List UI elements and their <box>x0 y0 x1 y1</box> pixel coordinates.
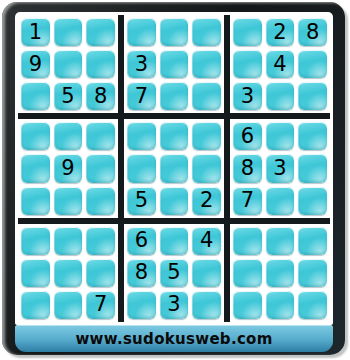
cell-r3c1[interactable] <box>21 82 50 110</box>
given-digit: 3 <box>241 86 254 107</box>
cell-r5c6[interactable] <box>192 154 221 182</box>
cell-r5c1[interactable] <box>21 154 50 182</box>
cell-r4c2[interactable] <box>54 122 83 150</box>
cell-r2c3[interactable] <box>86 50 115 78</box>
cell-r9c8[interactable] <box>266 291 295 319</box>
box-8: 64853 <box>124 224 224 322</box>
cell-r3c8[interactable] <box>266 82 295 110</box>
given-digit: 8 <box>241 158 254 179</box>
given-digit: 3 <box>167 294 180 315</box>
cell-r1c7[interactable] <box>233 18 262 46</box>
cell-r9c4[interactable] <box>127 291 156 319</box>
cell-r3c2: 5 <box>54 82 83 110</box>
cell-r8c6[interactable] <box>192 259 221 287</box>
cell-r9c3: 7 <box>86 291 115 319</box>
box-1: 1958 <box>18 15 118 113</box>
cell-r8c2[interactable] <box>54 259 83 287</box>
given-digit: 9 <box>61 158 74 179</box>
cell-r6c4: 5 <box>127 187 156 215</box>
cell-r5c7: 8 <box>233 154 262 182</box>
cell-r5c2: 9 <box>54 154 83 182</box>
cell-r7c8[interactable] <box>266 227 295 255</box>
grid-panel: 19583728439526837764853 <box>15 12 333 325</box>
cell-r7c6: 4 <box>192 227 221 255</box>
given-digit: 8 <box>135 262 148 283</box>
cell-r9c1[interactable] <box>21 291 50 319</box>
given-digit: 1 <box>29 22 42 43</box>
cell-r5c9[interactable] <box>298 154 327 182</box>
cell-r1c3[interactable] <box>86 18 115 46</box>
cell-r4c8[interactable] <box>266 122 295 150</box>
cell-r2c9[interactable] <box>298 50 327 78</box>
cell-r6c8[interactable] <box>266 187 295 215</box>
given-digit: 7 <box>135 86 148 107</box>
box-5: 52 <box>124 119 224 217</box>
cell-r5c5[interactable] <box>160 154 189 182</box>
cell-r6c7: 7 <box>233 187 262 215</box>
cell-r6c2[interactable] <box>54 187 83 215</box>
cell-r2c2[interactable] <box>54 50 83 78</box>
cell-r5c8: 3 <box>266 154 295 182</box>
cell-r2c4: 3 <box>127 50 156 78</box>
cell-r4c6[interactable] <box>192 122 221 150</box>
cell-r6c6: 2 <box>192 187 221 215</box>
cell-r2c6[interactable] <box>192 50 221 78</box>
cell-r4c4[interactable] <box>127 122 156 150</box>
cell-r7c5[interactable] <box>160 227 189 255</box>
given-digit: 2 <box>273 22 286 43</box>
footer-band: www.sudokusweb.com <box>15 325 333 352</box>
cell-r3c3: 8 <box>86 82 115 110</box>
box-9 <box>230 224 330 322</box>
cell-r7c9[interactable] <box>298 227 327 255</box>
cell-r8c4: 8 <box>127 259 156 287</box>
cell-r4c7: 6 <box>233 122 262 150</box>
box-4: 9 <box>18 119 118 217</box>
cell-r4c3[interactable] <box>86 122 115 150</box>
cell-r3c9[interactable] <box>298 82 327 110</box>
box-6: 6837 <box>230 119 330 217</box>
board-frame: 19583728439526837764853 www.sudokusweb.c… <box>2 2 345 355</box>
cell-r7c2[interactable] <box>54 227 83 255</box>
cell-r6c3[interactable] <box>86 187 115 215</box>
cell-r1c2[interactable] <box>54 18 83 46</box>
cell-r9c5: 3 <box>160 291 189 319</box>
given-digit: 4 <box>273 54 286 75</box>
cell-r8c3[interactable] <box>86 259 115 287</box>
cell-r6c9[interactable] <box>298 187 327 215</box>
given-digit: 6 <box>241 126 254 147</box>
cell-r7c7[interactable] <box>233 227 262 255</box>
cell-r1c6[interactable] <box>192 18 221 46</box>
site-url[interactable]: www.sudokusweb.com <box>75 330 272 348</box>
cell-r8c9[interactable] <box>298 259 327 287</box>
cell-r8c8[interactable] <box>266 259 295 287</box>
cell-r8c1[interactable] <box>21 259 50 287</box>
cell-r9c6[interactable] <box>192 291 221 319</box>
given-digit: 5 <box>135 190 148 211</box>
cell-r1c4[interactable] <box>127 18 156 46</box>
cell-r9c9[interactable] <box>298 291 327 319</box>
cell-r7c1[interactable] <box>21 227 50 255</box>
cell-r2c7[interactable] <box>233 50 262 78</box>
cell-r6c5[interactable] <box>160 187 189 215</box>
cell-r2c5[interactable] <box>160 50 189 78</box>
given-digit: 9 <box>29 54 42 75</box>
cell-r4c9[interactable] <box>298 122 327 150</box>
cell-r5c4[interactable] <box>127 154 156 182</box>
cell-r1c1: 1 <box>21 18 50 46</box>
given-digit: 5 <box>167 262 180 283</box>
given-digit: 5 <box>61 86 74 107</box>
cell-r2c8: 4 <box>266 50 295 78</box>
given-digit: 8 <box>306 22 319 43</box>
cell-r3c6[interactable] <box>192 82 221 110</box>
cell-r5c3[interactable] <box>86 154 115 182</box>
cell-r6c1[interactable] <box>21 187 50 215</box>
box-7: 7 <box>18 224 118 322</box>
cell-r4c1[interactable] <box>21 122 50 150</box>
given-digit: 3 <box>273 158 286 179</box>
cell-r3c5[interactable] <box>160 82 189 110</box>
given-digit: 4 <box>200 230 213 251</box>
cell-r8c7[interactable] <box>233 259 262 287</box>
given-digit: 7 <box>241 190 254 211</box>
cell-r9c7[interactable] <box>233 291 262 319</box>
cell-r8c5: 5 <box>160 259 189 287</box>
given-digit: 6 <box>135 230 148 251</box>
box-3: 2843 <box>230 15 330 113</box>
cell-r1c5[interactable] <box>160 18 189 46</box>
sudoku-board: 19583728439526837764853 <box>18 15 330 322</box>
cell-r1c8: 2 <box>266 18 295 46</box>
cell-r3c7: 3 <box>233 82 262 110</box>
cell-r3c4: 7 <box>127 82 156 110</box>
cell-r2c1: 9 <box>21 50 50 78</box>
given-digit: 8 <box>94 86 107 107</box>
box-2: 37 <box>124 15 224 113</box>
cell-r1c9: 8 <box>298 18 327 46</box>
cell-r7c3[interactable] <box>86 227 115 255</box>
cell-r7c4: 6 <box>127 227 156 255</box>
given-digit: 7 <box>94 294 107 315</box>
given-digit: 3 <box>135 54 148 75</box>
cell-r9c2[interactable] <box>54 291 83 319</box>
given-digit: 2 <box>200 190 213 211</box>
cell-r4c5[interactable] <box>160 122 189 150</box>
